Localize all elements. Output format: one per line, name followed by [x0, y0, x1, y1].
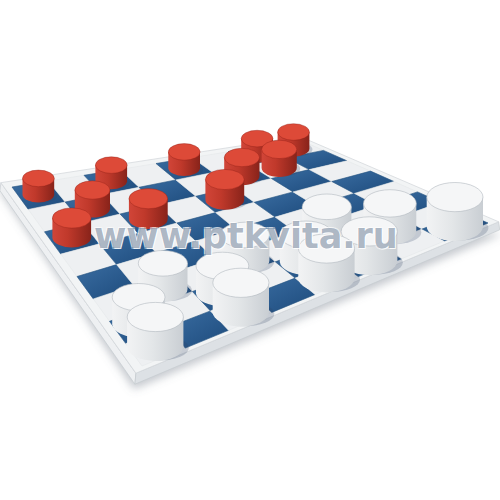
checker-red-1-6	[262, 140, 301, 177]
checker-red-2-0	[52, 208, 94, 248]
checkers-product-photo: www.ptkvita.ru	[0, 0, 500, 500]
checker-white-7-0	[127, 302, 189, 361]
checker-red-0-4	[168, 144, 203, 177]
checker-white-7-4	[298, 234, 360, 293]
checker-red-2-4	[205, 169, 248, 209]
checker-white-7-7	[427, 183, 489, 242]
checker-red-2-2	[129, 189, 172, 229]
checker-red-0-0	[23, 170, 58, 203]
checker-white-7-2	[213, 268, 275, 326]
checkers-board-photo	[0, 0, 500, 500]
